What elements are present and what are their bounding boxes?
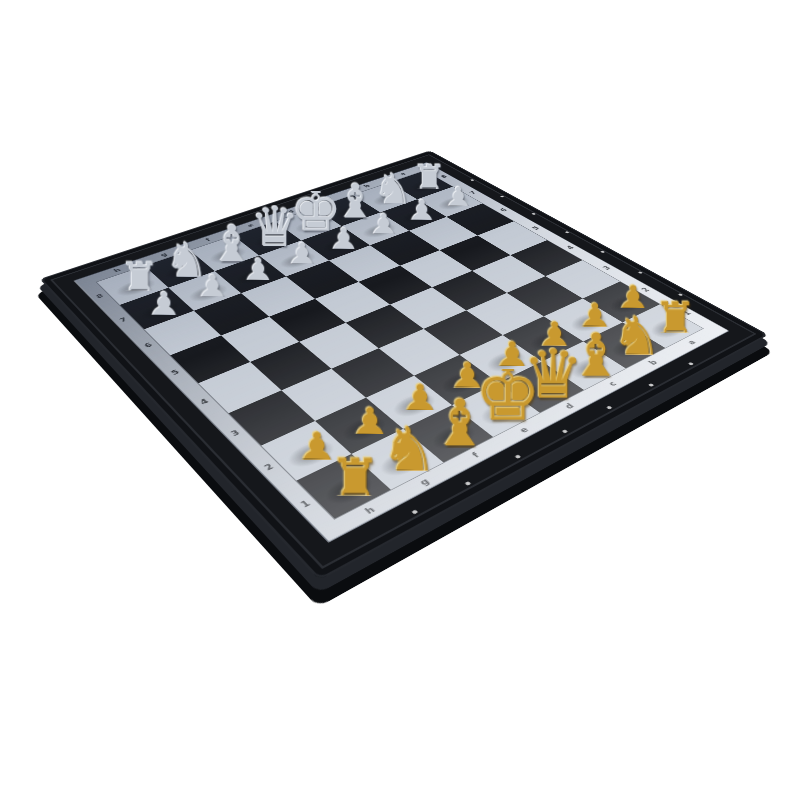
rim-dot bbox=[411, 510, 418, 515]
rim-dot bbox=[648, 383, 654, 387]
rim-dot bbox=[600, 251, 605, 254]
rim-dot bbox=[562, 429, 569, 433]
rim-dot bbox=[500, 195, 505, 197]
rim-dot bbox=[565, 231, 570, 233]
board-scene: hgfedcba hgfedcba 87654321 87654321 ♜♞♟♝… bbox=[130, 45, 650, 565]
rim-dot bbox=[688, 362, 694, 366]
rim-dot bbox=[464, 481, 471, 486]
rim-dot bbox=[606, 406, 613, 410]
chess-board: hgfedcba hgfedcba 87654321 87654321 ♜♞♟♝… bbox=[40, 150, 769, 580]
product-photo-stage: hgfedcba hgfedcba 87654321 87654321 ♜♞♟♝… bbox=[0, 0, 800, 800]
rim-dot bbox=[514, 454, 521, 458]
rim-dot bbox=[531, 213, 536, 215]
